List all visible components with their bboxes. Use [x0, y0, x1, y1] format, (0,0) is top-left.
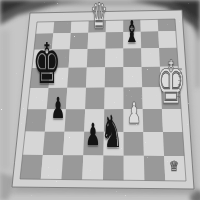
square-h7[interactable] [158, 31, 177, 48]
square-b1[interactable] [41, 155, 63, 179]
square-e5[interactable] [105, 67, 124, 87]
square-e6[interactable] [105, 48, 123, 67]
piece-black-pawn-d2[interactable]: ♟ [85, 121, 100, 152]
square-a3[interactable] [25, 109, 47, 131]
square-c3[interactable] [65, 109, 86, 132]
square-c6[interactable] [69, 49, 88, 68]
square-c2[interactable] [63, 132, 84, 156]
square-d1[interactable] [82, 155, 103, 180]
square-g8[interactable] [141, 19, 159, 31]
square-c7[interactable] [70, 33, 89, 50]
square-d5[interactable] [86, 67, 105, 87]
piece-white-queen-d8[interactable]: ♛ [90, 0, 108, 33]
square-g1[interactable] [144, 156, 165, 181]
square-a1[interactable] [20, 155, 43, 179]
piece-white-king-h4[interactable]: ♚ [156, 53, 186, 113]
square-g2[interactable] [143, 132, 164, 156]
square-h8[interactable] [158, 19, 176, 31]
square-c4[interactable] [66, 88, 86, 110]
piece-black-bishop-f7[interactable]: ♝ [125, 16, 140, 46]
piece-white-pawn-f3[interactable]: ♟ [127, 99, 142, 128]
square-f6[interactable] [123, 48, 141, 67]
board-logo-emblem: ♛ [169, 159, 179, 173]
piece-black-knight-e2[interactable]: ♞ [100, 110, 122, 154]
square-c8[interactable] [71, 21, 89, 33]
square-e7[interactable] [105, 32, 123, 49]
square-b2[interactable] [43, 132, 65, 156]
square-g7[interactable] [141, 31, 159, 48]
square-f2[interactable] [124, 132, 144, 156]
piece-black-pawn-b3[interactable]: ♟ [50, 94, 65, 123]
square-f5[interactable] [123, 67, 142, 88]
square-e1[interactable] [103, 155, 124, 180]
square-f1[interactable] [124, 156, 145, 181]
square-c1[interactable] [62, 155, 84, 180]
chessboard-photo: ♛♝♚♚♟♟♟♞ ♛ [0, 0, 200, 200]
square-c5[interactable] [67, 67, 87, 87]
piece-black-king-a5[interactable]: ♚ [33, 35, 61, 92]
square-a2[interactable] [23, 132, 45, 155]
square-e8[interactable] [106, 20, 124, 32]
square-h2[interactable] [163, 132, 184, 156]
square-d6[interactable] [87, 49, 106, 68]
